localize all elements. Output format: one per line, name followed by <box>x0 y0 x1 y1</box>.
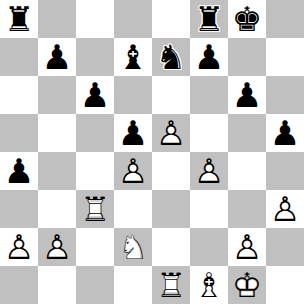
square-c6[interactable]: ♟ <box>76 76 114 114</box>
square-f5[interactable] <box>190 114 228 152</box>
piece-outline: ♙ <box>194 152 224 190</box>
piece-outline: ♙ <box>232 228 262 266</box>
black-pawn: ♟ <box>4 154 34 188</box>
white-pawn: ♟♙ <box>270 192 300 226</box>
square-d4[interactable]: ♟♙ <box>114 152 152 190</box>
black-pawn: ♟ <box>270 116 300 150</box>
square-g8[interactable]: ♚ <box>228 0 266 38</box>
piece-outline: ♘ <box>118 228 148 266</box>
piece-outline: ♖ <box>156 266 186 304</box>
black-pawn: ♟ <box>80 78 110 112</box>
square-d3[interactable] <box>114 190 152 228</box>
black-rook: ♜ <box>194 2 224 36</box>
square-b8[interactable] <box>38 0 76 38</box>
square-b6[interactable] <box>38 76 76 114</box>
white-rook: ♜♖ <box>80 192 110 226</box>
square-g7[interactable] <box>228 38 266 76</box>
square-c4[interactable] <box>76 152 114 190</box>
square-f4[interactable]: ♟♙ <box>190 152 228 190</box>
piece-outline: ♙ <box>42 228 72 266</box>
square-e6[interactable] <box>152 76 190 114</box>
piece-outline: ♙ <box>118 152 148 190</box>
square-b4[interactable] <box>38 152 76 190</box>
square-a1[interactable] <box>0 266 38 304</box>
square-g3[interactable] <box>228 190 266 228</box>
white-pawn: ♟♙ <box>4 230 34 264</box>
square-a3[interactable] <box>0 190 38 228</box>
square-e7[interactable]: ♞ <box>152 38 190 76</box>
white-king: ♚♔ <box>232 268 262 302</box>
square-g4[interactable] <box>228 152 266 190</box>
white-bishop: ♝♗ <box>194 268 224 302</box>
square-b2[interactable]: ♟♙ <box>38 228 76 266</box>
square-b7[interactable]: ♟ <box>38 38 76 76</box>
white-knight: ♞♘ <box>118 230 148 264</box>
white-pawn: ♟♙ <box>232 230 262 264</box>
white-rook: ♜♖ <box>156 268 186 302</box>
square-a6[interactable] <box>0 76 38 114</box>
black-pawn: ♟ <box>194 40 224 74</box>
piece-outline: ♙ <box>270 190 300 228</box>
square-f6[interactable] <box>190 76 228 114</box>
black-pawn: ♟ <box>118 116 148 150</box>
square-h3[interactable]: ♟♙ <box>266 190 304 228</box>
square-e5[interactable]: ♟♙ <box>152 114 190 152</box>
square-g5[interactable] <box>228 114 266 152</box>
square-d5[interactable]: ♟ <box>114 114 152 152</box>
square-a5[interactable] <box>0 114 38 152</box>
square-f2[interactable] <box>190 228 228 266</box>
black-knight: ♞ <box>156 40 186 74</box>
square-d6[interactable] <box>114 76 152 114</box>
square-c7[interactable] <box>76 38 114 76</box>
square-d1[interactable] <box>114 266 152 304</box>
square-e3[interactable] <box>152 190 190 228</box>
square-d2[interactable]: ♞♘ <box>114 228 152 266</box>
square-c1[interactable] <box>76 266 114 304</box>
square-a4[interactable]: ♟ <box>0 152 38 190</box>
square-c8[interactable] <box>76 0 114 38</box>
square-e4[interactable] <box>152 152 190 190</box>
black-bishop: ♝ <box>118 40 148 74</box>
square-f3[interactable] <box>190 190 228 228</box>
square-f7[interactable]: ♟ <box>190 38 228 76</box>
square-g1[interactable]: ♚♔ <box>228 266 266 304</box>
square-h7[interactable] <box>266 38 304 76</box>
square-h2[interactable] <box>266 228 304 266</box>
white-pawn: ♟♙ <box>156 116 186 150</box>
black-pawn: ♟ <box>42 40 72 74</box>
square-a7[interactable] <box>0 38 38 76</box>
square-h4[interactable] <box>266 152 304 190</box>
square-h8[interactable] <box>266 0 304 38</box>
black-pawn: ♟ <box>232 78 262 112</box>
square-e1[interactable]: ♜♖ <box>152 266 190 304</box>
square-h1[interactable] <box>266 266 304 304</box>
square-h6[interactable] <box>266 76 304 114</box>
square-b1[interactable] <box>38 266 76 304</box>
square-f8[interactable]: ♜ <box>190 0 228 38</box>
white-pawn: ♟♙ <box>42 230 72 264</box>
chess-board: ♜♜♚♟♝♞♟♟♟♟♟♙♟♟♟♙♟♙♜♖♟♙♟♙♟♙♞♘♟♙♜♖♝♗♚♔ <box>0 0 304 304</box>
piece-outline: ♙ <box>4 228 34 266</box>
square-c3[interactable]: ♜♖ <box>76 190 114 228</box>
square-g2[interactable]: ♟♙ <box>228 228 266 266</box>
piece-outline: ♖ <box>80 190 110 228</box>
square-a8[interactable]: ♜ <box>0 0 38 38</box>
white-pawn: ♟♙ <box>194 154 224 188</box>
square-h5[interactable]: ♟ <box>266 114 304 152</box>
square-b3[interactable] <box>38 190 76 228</box>
piece-outline: ♔ <box>232 266 262 304</box>
square-g6[interactable]: ♟ <box>228 76 266 114</box>
black-king: ♚ <box>232 2 262 36</box>
piece-outline: ♙ <box>156 114 186 152</box>
square-d8[interactable] <box>114 0 152 38</box>
black-rook: ♜ <box>4 2 34 36</box>
square-d7[interactable]: ♝ <box>114 38 152 76</box>
square-a2[interactable]: ♟♙ <box>0 228 38 266</box>
square-c2[interactable] <box>76 228 114 266</box>
square-e2[interactable] <box>152 228 190 266</box>
square-c5[interactable] <box>76 114 114 152</box>
square-e8[interactable] <box>152 0 190 38</box>
square-f1[interactable]: ♝♗ <box>190 266 228 304</box>
piece-outline: ♗ <box>194 266 224 304</box>
square-b5[interactable] <box>38 114 76 152</box>
white-pawn: ♟♙ <box>118 154 148 188</box>
